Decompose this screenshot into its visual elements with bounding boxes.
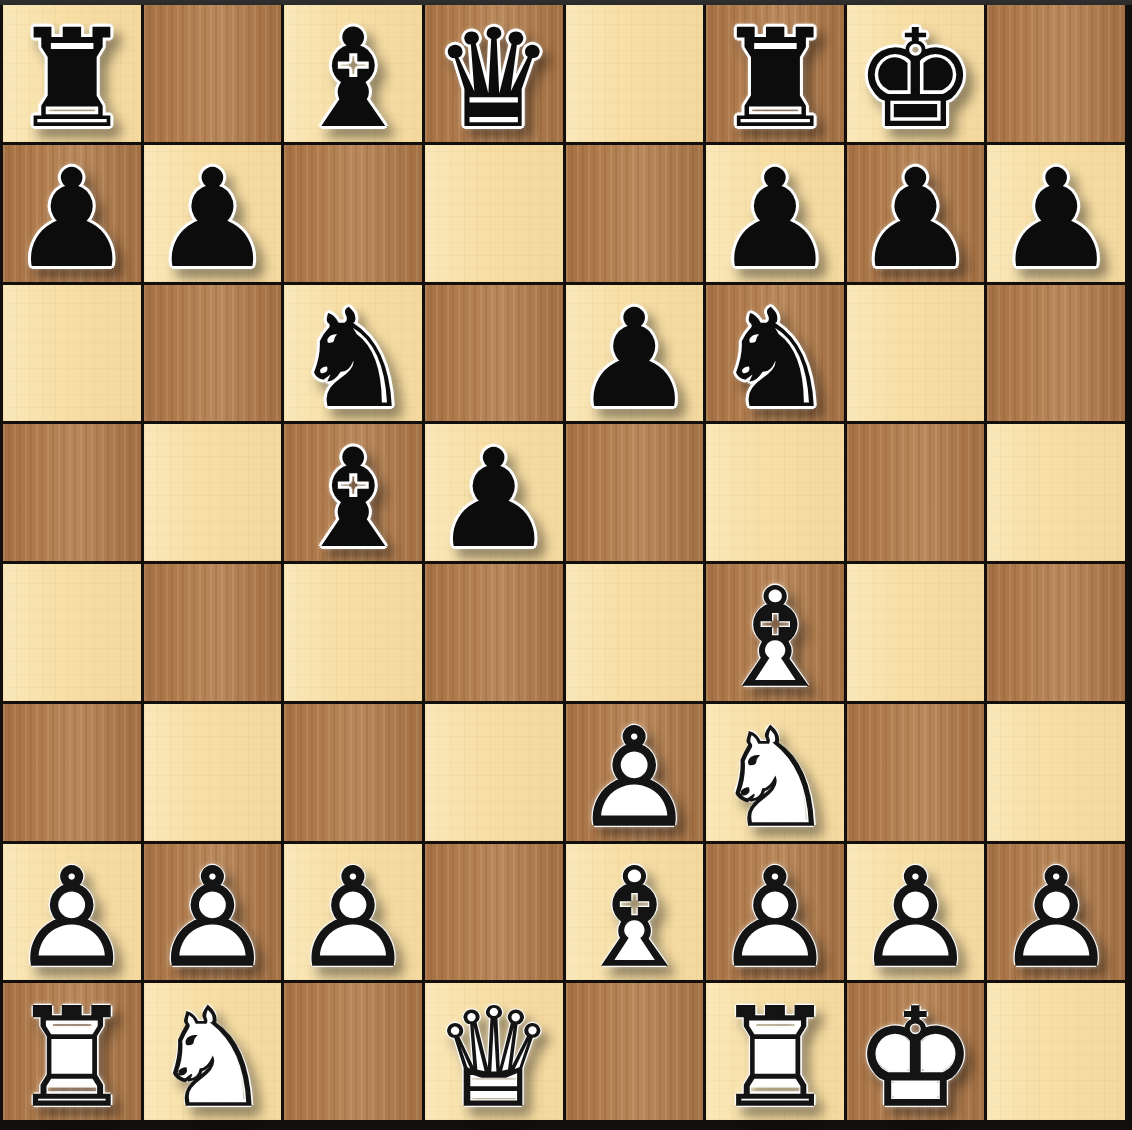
- square-b4[interactable]: [144, 564, 282, 701]
- black-pawn-glyph: ♟: [566, 291, 704, 428]
- square-e2[interactable]: ♝♗: [566, 844, 704, 981]
- piece-black-pawn-f7[interactable]: ♟: [706, 145, 844, 282]
- white-pawn-outline-glyph: ♙: [3, 850, 141, 987]
- square-f5[interactable]: [706, 424, 844, 561]
- white-knight-outline-glyph: ♘: [706, 710, 844, 847]
- black-pawn-glyph: ♟: [425, 430, 563, 567]
- square-g8[interactable]: ♚: [847, 5, 985, 142]
- piece-white-knight-f3[interactable]: ♞♘: [706, 704, 844, 841]
- square-a7[interactable]: ♟: [3, 145, 141, 282]
- chess-board: ♜♝♛♜♚♟♟♟♟♟♞♟♞♝♟♝♗♟♙♞♘♟♙♟♙♟♙♝♗♟♙♟♙♟♙♜♖♞♘♛…: [3, 5, 1125, 1120]
- square-g7[interactable]: ♟: [847, 145, 985, 282]
- square-g1[interactable]: ♚♔: [847, 983, 985, 1120]
- white-pawn-outline-glyph: ♙: [987, 850, 1125, 987]
- square-b1[interactable]: ♞♘: [144, 983, 282, 1120]
- piece-black-rook-f8[interactable]: ♜: [706, 5, 844, 142]
- square-a8[interactable]: ♜: [3, 5, 141, 142]
- square-f6[interactable]: ♞: [706, 285, 844, 422]
- white-queen-outline-glyph: ♕: [425, 989, 563, 1126]
- piece-white-pawn-b2[interactable]: ♟♙: [144, 844, 282, 981]
- square-g4[interactable]: [847, 564, 985, 701]
- square-f4[interactable]: ♝♗: [706, 564, 844, 701]
- piece-black-queen-d8[interactable]: ♛: [425, 5, 563, 142]
- square-c7[interactable]: [284, 145, 422, 282]
- square-e1[interactable]: [566, 983, 704, 1120]
- square-a1[interactable]: ♜♖: [3, 983, 141, 1120]
- white-bishop-outline-glyph: ♗: [566, 850, 704, 987]
- square-d8[interactable]: ♛: [425, 5, 563, 142]
- piece-black-bishop-c5[interactable]: ♝: [284, 424, 422, 561]
- piece-white-pawn-a2[interactable]: ♟♙: [3, 844, 141, 981]
- square-h2[interactable]: ♟♙: [987, 844, 1125, 981]
- white-pawn-outline-glyph: ♙: [144, 850, 282, 987]
- piece-black-pawn-b7[interactable]: ♟: [144, 145, 282, 282]
- white-pawn-outline-glyph: ♙: [566, 710, 704, 847]
- white-knight-outline-glyph: ♘: [144, 989, 282, 1126]
- square-a2[interactable]: ♟♙: [3, 844, 141, 981]
- square-h6[interactable]: [987, 285, 1125, 422]
- white-rook-outline-glyph: ♖: [706, 989, 844, 1126]
- piece-white-rook-a1[interactable]: ♜♖: [3, 983, 141, 1120]
- square-f3[interactable]: ♞♘: [706, 704, 844, 841]
- square-h1[interactable]: [987, 983, 1125, 1120]
- piece-white-pawn-h2[interactable]: ♟♙: [987, 844, 1125, 981]
- square-b3[interactable]: [144, 704, 282, 841]
- piece-black-pawn-e6[interactable]: ♟: [566, 285, 704, 422]
- square-g5[interactable]: [847, 424, 985, 561]
- piece-black-pawn-h7[interactable]: ♟: [987, 145, 1125, 282]
- square-e8[interactable]: [566, 5, 704, 142]
- square-b8[interactable]: [144, 5, 282, 142]
- piece-white-queen-d1[interactable]: ♛♕: [425, 983, 563, 1120]
- square-g2[interactable]: ♟♙: [847, 844, 985, 981]
- black-bishop-glyph: ♝: [284, 11, 422, 148]
- white-pawn-outline-glyph: ♙: [284, 850, 422, 987]
- white-pawn-outline-glyph: ♙: [706, 850, 844, 987]
- black-bishop-glyph: ♝: [284, 430, 422, 567]
- square-a3[interactable]: [3, 704, 141, 841]
- piece-black-knight-f6[interactable]: ♞: [706, 285, 844, 422]
- piece-black-bishop-c8[interactable]: ♝: [284, 5, 422, 142]
- square-f7[interactable]: ♟: [706, 145, 844, 282]
- square-a6[interactable]: [3, 285, 141, 422]
- piece-black-king-g8[interactable]: ♚: [847, 5, 985, 142]
- piece-white-rook-f1[interactable]: ♜♖: [706, 983, 844, 1120]
- piece-black-pawn-d5[interactable]: ♟: [425, 424, 563, 561]
- piece-white-pawn-g2[interactable]: ♟♙: [847, 844, 985, 981]
- square-b7[interactable]: ♟: [144, 145, 282, 282]
- black-pawn-glyph: ♟: [144, 151, 282, 288]
- square-h8[interactable]: [987, 5, 1125, 142]
- square-d3[interactable]: [425, 704, 563, 841]
- black-pawn-glyph: ♟: [706, 151, 844, 288]
- square-d1[interactable]: ♛♕: [425, 983, 563, 1120]
- black-rook-glyph: ♜: [706, 11, 844, 148]
- square-a5[interactable]: [3, 424, 141, 561]
- black-rook-glyph: ♜: [3, 11, 141, 148]
- square-d4[interactable]: [425, 564, 563, 701]
- piece-white-bishop-f4[interactable]: ♝♗: [706, 564, 844, 701]
- white-bishop-outline-glyph: ♗: [706, 570, 844, 707]
- square-e3[interactable]: ♟♙: [566, 704, 704, 841]
- square-g3[interactable]: [847, 704, 985, 841]
- white-pawn-outline-glyph: ♙: [847, 850, 985, 987]
- piece-black-rook-a8[interactable]: ♜: [3, 5, 141, 142]
- square-c3[interactable]: [284, 704, 422, 841]
- piece-white-knight-b1[interactable]: ♞♘: [144, 983, 282, 1120]
- square-c5[interactable]: ♝: [284, 424, 422, 561]
- black-king-glyph: ♚: [847, 11, 985, 148]
- square-f8[interactable]: ♜: [706, 5, 844, 142]
- square-e5[interactable]: [566, 424, 704, 561]
- square-a4[interactable]: [3, 564, 141, 701]
- black-queen-glyph: ♛: [425, 11, 563, 148]
- piece-white-pawn-e3[interactable]: ♟♙: [566, 704, 704, 841]
- square-c2[interactable]: ♟♙: [284, 844, 422, 981]
- square-f2[interactable]: ♟♙: [706, 844, 844, 981]
- black-pawn-glyph: ♟: [847, 151, 985, 288]
- square-d7[interactable]: [425, 145, 563, 282]
- piece-white-bishop-e2[interactable]: ♝♗: [566, 844, 704, 981]
- piece-white-pawn-c2[interactable]: ♟♙: [284, 844, 422, 981]
- square-c1[interactable]: [284, 983, 422, 1120]
- square-h7[interactable]: ♟: [987, 145, 1125, 282]
- square-f1[interactable]: ♜♖: [706, 983, 844, 1120]
- square-b6[interactable]: [144, 285, 282, 422]
- square-b5[interactable]: [144, 424, 282, 561]
- white-king-outline-glyph: ♔: [847, 989, 985, 1126]
- square-h4[interactable]: [987, 564, 1125, 701]
- black-pawn-glyph: ♟: [3, 151, 141, 288]
- square-h5[interactable]: [987, 424, 1125, 561]
- square-e4[interactable]: [566, 564, 704, 701]
- black-knight-glyph: ♞: [706, 291, 844, 428]
- square-e7[interactable]: [566, 145, 704, 282]
- square-d5[interactable]: ♟: [425, 424, 563, 561]
- square-h3[interactable]: [987, 704, 1125, 841]
- piece-black-pawn-a7[interactable]: ♟: [3, 145, 141, 282]
- square-g6[interactable]: [847, 285, 985, 422]
- white-rook-outline-glyph: ♖: [3, 989, 141, 1126]
- chess-board-frame: ♜♝♛♜♚♟♟♟♟♟♞♟♞♝♟♝♗♟♙♞♘♟♙♟♙♟♙♝♗♟♙♟♙♟♙♜♖♞♘♛…: [0, 0, 1132, 1130]
- square-c8[interactable]: ♝: [284, 5, 422, 142]
- piece-black-knight-c6[interactable]: ♞: [284, 285, 422, 422]
- piece-white-king-g1[interactable]: ♚♔: [847, 983, 985, 1120]
- square-d6[interactable]: [425, 285, 563, 422]
- square-d2[interactable]: [425, 844, 563, 981]
- square-c4[interactable]: [284, 564, 422, 701]
- black-pawn-glyph: ♟: [987, 151, 1125, 288]
- square-c6[interactable]: ♞: [284, 285, 422, 422]
- piece-white-pawn-f2[interactable]: ♟♙: [706, 844, 844, 981]
- square-e6[interactable]: ♟: [566, 285, 704, 422]
- square-b2[interactable]: ♟♙: [144, 844, 282, 981]
- piece-black-pawn-g7[interactable]: ♟: [847, 145, 985, 282]
- black-knight-glyph: ♞: [284, 291, 422, 428]
